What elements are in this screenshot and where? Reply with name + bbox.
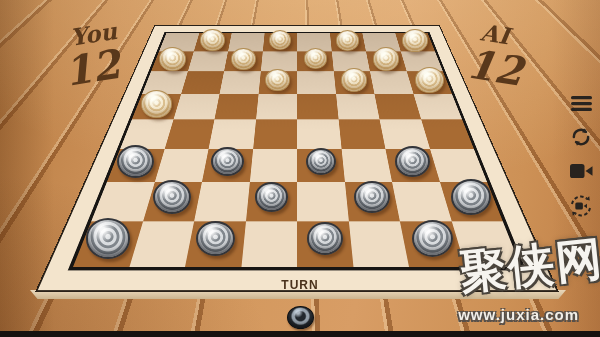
square-f1[interactable] — [348, 221, 409, 267]
square-e4[interactable] — [297, 119, 341, 148]
square-d3[interactable] — [249, 149, 297, 183]
camera-icon[interactable] — [570, 163, 593, 179]
square-c6[interactable] — [220, 71, 261, 94]
square-c2[interactable] — [194, 182, 249, 221]
player-score-count: 12 — [54, 43, 129, 93]
square-d6[interactable] — [258, 71, 297, 94]
square-b7[interactable] — [188, 51, 228, 71]
square-e2[interactable] — [297, 182, 348, 221]
square-e1[interactable] — [297, 221, 353, 267]
ai-score: AI 12 — [445, 16, 538, 93]
menu-icon[interactable] — [571, 96, 592, 111]
square-e6[interactable] — [297, 71, 336, 94]
square-c4[interactable] — [209, 119, 256, 148]
square-c8[interactable] — [228, 33, 264, 51]
square-f3[interactable] — [341, 149, 392, 183]
square-b4[interactable] — [164, 119, 214, 148]
turn-indicator-piece — [287, 306, 314, 329]
square-b8[interactable] — [194, 33, 232, 51]
square-b5[interactable] — [173, 94, 219, 120]
square-b6[interactable] — [181, 71, 224, 94]
square-d2[interactable] — [246, 182, 297, 221]
square-f5[interactable] — [336, 94, 380, 120]
square-h4[interactable] — [421, 119, 474, 148]
square-b3[interactable] — [154, 149, 208, 183]
restart-icon[interactable] — [570, 126, 592, 148]
square-h7[interactable] — [400, 51, 442, 71]
square-h8[interactable] — [395, 33, 435, 51]
ai-score-count: 12 — [455, 42, 534, 93]
square-g8[interactable] — [362, 33, 400, 51]
square-c3[interactable] — [202, 149, 253, 183]
square-d4[interactable] — [253, 119, 297, 148]
square-e7[interactable] — [297, 51, 333, 71]
square-f4[interactable] — [338, 119, 385, 148]
square-b2[interactable] — [143, 182, 202, 221]
square-d7[interactable] — [261, 51, 297, 71]
rotate-camera-icon[interactable] — [569, 194, 593, 218]
square-f2[interactable] — [345, 182, 400, 221]
player-score: You 12 — [50, 16, 143, 93]
square-d8[interactable] — [263, 33, 297, 51]
square-f8[interactable] — [330, 33, 366, 51]
square-c7[interactable] — [224, 51, 262, 71]
square-h2[interactable] — [440, 182, 503, 221]
square-e5[interactable] — [297, 94, 338, 120]
sidebar-icons — [567, 96, 595, 218]
watermark-site-name: 聚侠网 — [458, 235, 600, 296]
square-h5[interactable] — [413, 94, 462, 120]
square-h3[interactable] — [430, 149, 488, 183]
square-h6[interactable] — [406, 71, 451, 94]
square-e8[interactable] — [297, 33, 331, 51]
square-a8[interactable] — [159, 33, 199, 51]
square-e3[interactable] — [297, 149, 345, 183]
watermark-url: www.juxia.com — [458, 306, 579, 323]
square-f7[interactable] — [331, 51, 369, 71]
square-f6[interactable] — [333, 71, 374, 94]
square-c1[interactable] — [185, 221, 246, 267]
square-d5[interactable] — [256, 94, 297, 120]
square-c5[interactable] — [214, 94, 258, 120]
square-d1[interactable] — [241, 221, 297, 267]
bottom-bar — [0, 331, 600, 337]
